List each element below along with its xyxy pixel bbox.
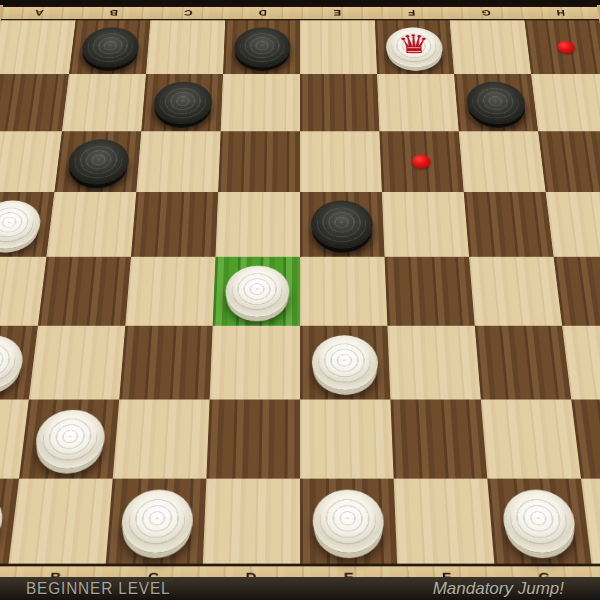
white-man-a3[interactable] bbox=[0, 335, 25, 390]
file-label-c: C bbox=[151, 8, 226, 17]
square-h8[interactable] bbox=[524, 20, 600, 74]
white-man-e3[interactable] bbox=[311, 335, 378, 390]
square-f2[interactable] bbox=[390, 400, 487, 479]
file-label-b: B bbox=[76, 8, 151, 17]
square-e6[interactable] bbox=[300, 131, 382, 192]
square-h7[interactable] bbox=[531, 74, 600, 131]
square-c1[interactable] bbox=[106, 479, 207, 564]
square-f6[interactable] bbox=[379, 131, 463, 192]
file-label-a: A bbox=[1, 8, 77, 17]
square-f8[interactable]: ♛ bbox=[375, 20, 454, 74]
white-man-a1[interactable] bbox=[0, 489, 6, 552]
board-grid: ♛ bbox=[0, 19, 600, 567]
white-king-f8[interactable]: ♛ bbox=[385, 27, 444, 67]
square-e1[interactable] bbox=[300, 479, 397, 564]
white-man-c1[interactable] bbox=[119, 489, 194, 552]
black-man-b6[interactable] bbox=[66, 139, 130, 184]
square-c6[interactable] bbox=[136, 131, 220, 192]
jump-target-dot-f6[interactable] bbox=[411, 154, 430, 168]
square-b6[interactable] bbox=[54, 131, 141, 192]
square-b3[interactable] bbox=[29, 326, 125, 400]
file-labels-top: ABCDEFGH bbox=[1, 5, 599, 18]
square-c3[interactable] bbox=[119, 326, 212, 400]
square-d7[interactable] bbox=[221, 74, 300, 131]
square-d6[interactable] bbox=[218, 131, 300, 192]
square-b7[interactable] bbox=[62, 74, 146, 131]
black-man-c7[interactable] bbox=[152, 81, 213, 123]
square-c8[interactable] bbox=[146, 20, 225, 74]
square-g3[interactable] bbox=[475, 326, 571, 400]
square-e4[interactable] bbox=[300, 257, 387, 326]
file-label-f: F bbox=[374, 8, 449, 17]
square-f5[interactable] bbox=[382, 192, 469, 257]
square-g1[interactable] bbox=[487, 479, 591, 564]
square-h5[interactable] bbox=[546, 192, 600, 257]
file-label-g: G bbox=[449, 8, 524, 17]
square-e5[interactable] bbox=[300, 192, 385, 257]
king-crown-icon: ♛ bbox=[385, 24, 444, 64]
square-g2[interactable] bbox=[481, 400, 581, 479]
board: ABCDEFGH ♛ ABCDEFGH bbox=[0, 5, 600, 582]
black-man-d8[interactable] bbox=[233, 27, 290, 67]
square-b4[interactable] bbox=[38, 257, 131, 326]
white-man-e1[interactable] bbox=[312, 489, 384, 552]
square-g6[interactable] bbox=[459, 131, 546, 192]
white-man-d4[interactable] bbox=[224, 265, 289, 316]
square-d8[interactable] bbox=[223, 20, 300, 74]
file-label-h: H bbox=[523, 8, 599, 17]
file-label-e: E bbox=[300, 8, 375, 17]
square-d1[interactable] bbox=[203, 479, 300, 564]
square-d3[interactable] bbox=[210, 326, 300, 400]
jump-target-dot-h8[interactable] bbox=[556, 41, 575, 53]
square-h4[interactable] bbox=[554, 257, 600, 326]
square-f1[interactable] bbox=[394, 479, 495, 564]
mandatory-jump-message: Mandatory Jump! bbox=[433, 579, 564, 599]
square-g4[interactable] bbox=[469, 257, 562, 326]
square-c2[interactable] bbox=[113, 400, 210, 479]
square-c4[interactable] bbox=[125, 257, 215, 326]
square-e8[interactable] bbox=[300, 20, 377, 74]
square-f7[interactable] bbox=[377, 74, 459, 131]
black-man-b8[interactable] bbox=[80, 27, 140, 67]
square-a6[interactable] bbox=[0, 131, 62, 192]
status-bar: BEGINNER LEVEL Mandatory Jump! bbox=[0, 577, 600, 600]
square-d5[interactable] bbox=[215, 192, 300, 257]
checkers-app: ABCDEFGH ♛ ABCDEFGH BEGINNER LEVEL Manda… bbox=[0, 0, 600, 600]
square-b8[interactable] bbox=[69, 20, 150, 74]
square-f3[interactable] bbox=[387, 326, 480, 400]
selected-square-d4[interactable] bbox=[213, 257, 300, 326]
white-man-b2[interactable] bbox=[32, 409, 106, 468]
square-b2[interactable] bbox=[19, 400, 119, 479]
file-label-d: D bbox=[225, 8, 300, 17]
square-a7[interactable] bbox=[0, 74, 69, 131]
square-a5[interactable] bbox=[0, 192, 54, 257]
white-man-a5[interactable] bbox=[0, 200, 43, 248]
square-a8[interactable] bbox=[0, 20, 76, 74]
square-c5[interactable] bbox=[131, 192, 218, 257]
square-g7[interactable] bbox=[454, 74, 538, 131]
square-e3[interactable] bbox=[300, 326, 390, 400]
square-b5[interactable] bbox=[46, 192, 136, 257]
square-e2[interactable] bbox=[300, 400, 394, 479]
square-d2[interactable] bbox=[206, 400, 300, 479]
square-f4[interactable] bbox=[385, 257, 475, 326]
square-b1[interactable] bbox=[9, 479, 113, 564]
square-c7[interactable] bbox=[141, 74, 223, 131]
black-man-g7[interactable] bbox=[465, 81, 527, 123]
square-g8[interactable] bbox=[450, 20, 531, 74]
square-e7[interactable] bbox=[300, 74, 379, 131]
level-label: BEGINNER LEVEL bbox=[26, 579, 170, 599]
black-man-e5[interactable] bbox=[311, 200, 374, 248]
square-h6[interactable] bbox=[538, 131, 600, 192]
white-man-g1[interactable] bbox=[500, 489, 577, 552]
square-g5[interactable] bbox=[464, 192, 554, 257]
